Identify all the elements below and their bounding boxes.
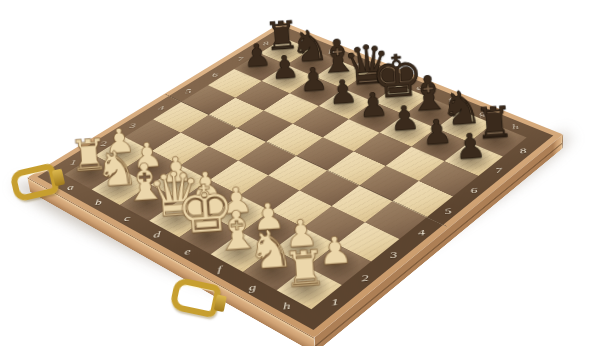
- piece-black-pawn[interactable]: ♟: [453, 127, 486, 164]
- piece-white-rook[interactable]: ♜: [281, 243, 328, 295]
- piece-black-pawn[interactable]: ♟: [270, 50, 300, 83]
- rank-label: 1: [331, 296, 339, 306]
- scene: ♜♞♝♛♚♝♞♜♟♟♟♟♟♟♟♟♟♟♟♟♟♟♟♟♜♞♝♛♚♝♞♜ aabbccd…: [0, 0, 592, 346]
- piece-black-pawn[interactable]: ♟: [242, 38, 272, 71]
- rank-label-far: 6: [212, 71, 218, 78]
- board-perspective-wrap: ♜♞♝♛♚♝♞♜♟♟♟♟♟♟♟♟♟♟♟♟♟♟♟♟♜♞♝♛♚♝♞♜ aabbccd…: [0, 0, 592, 346]
- rank-label: 4: [417, 227, 426, 236]
- piece-black-pawn[interactable]: ♟: [357, 87, 389, 122]
- piece-black-pawn[interactable]: ♟: [388, 100, 420, 135]
- rank-label: 2: [361, 272, 369, 282]
- chess-board: ♜♞♝♛♚♝♞♜♟♟♟♟♟♟♟♟♟♟♟♟♟♟♟♟♜♞♝♛♚♝♞♜ aabbccd…: [27, 22, 563, 338]
- rank-label: 7: [494, 166, 503, 174]
- rank-label-far: 4: [158, 104, 165, 111]
- piece-black-pawn[interactable]: ♟: [327, 74, 358, 108]
- rank-label: 3: [389, 250, 397, 260]
- piece-black-pawn[interactable]: ♟: [298, 62, 329, 96]
- rank-label: 8: [518, 146, 527, 154]
- file-label: f: [217, 264, 221, 273]
- piece-black-pawn[interactable]: ♟: [420, 113, 453, 149]
- rank-label: 5: [444, 206, 453, 215]
- rank-label: 6: [469, 185, 478, 194]
- rank-label-far: 5: [185, 87, 191, 94]
